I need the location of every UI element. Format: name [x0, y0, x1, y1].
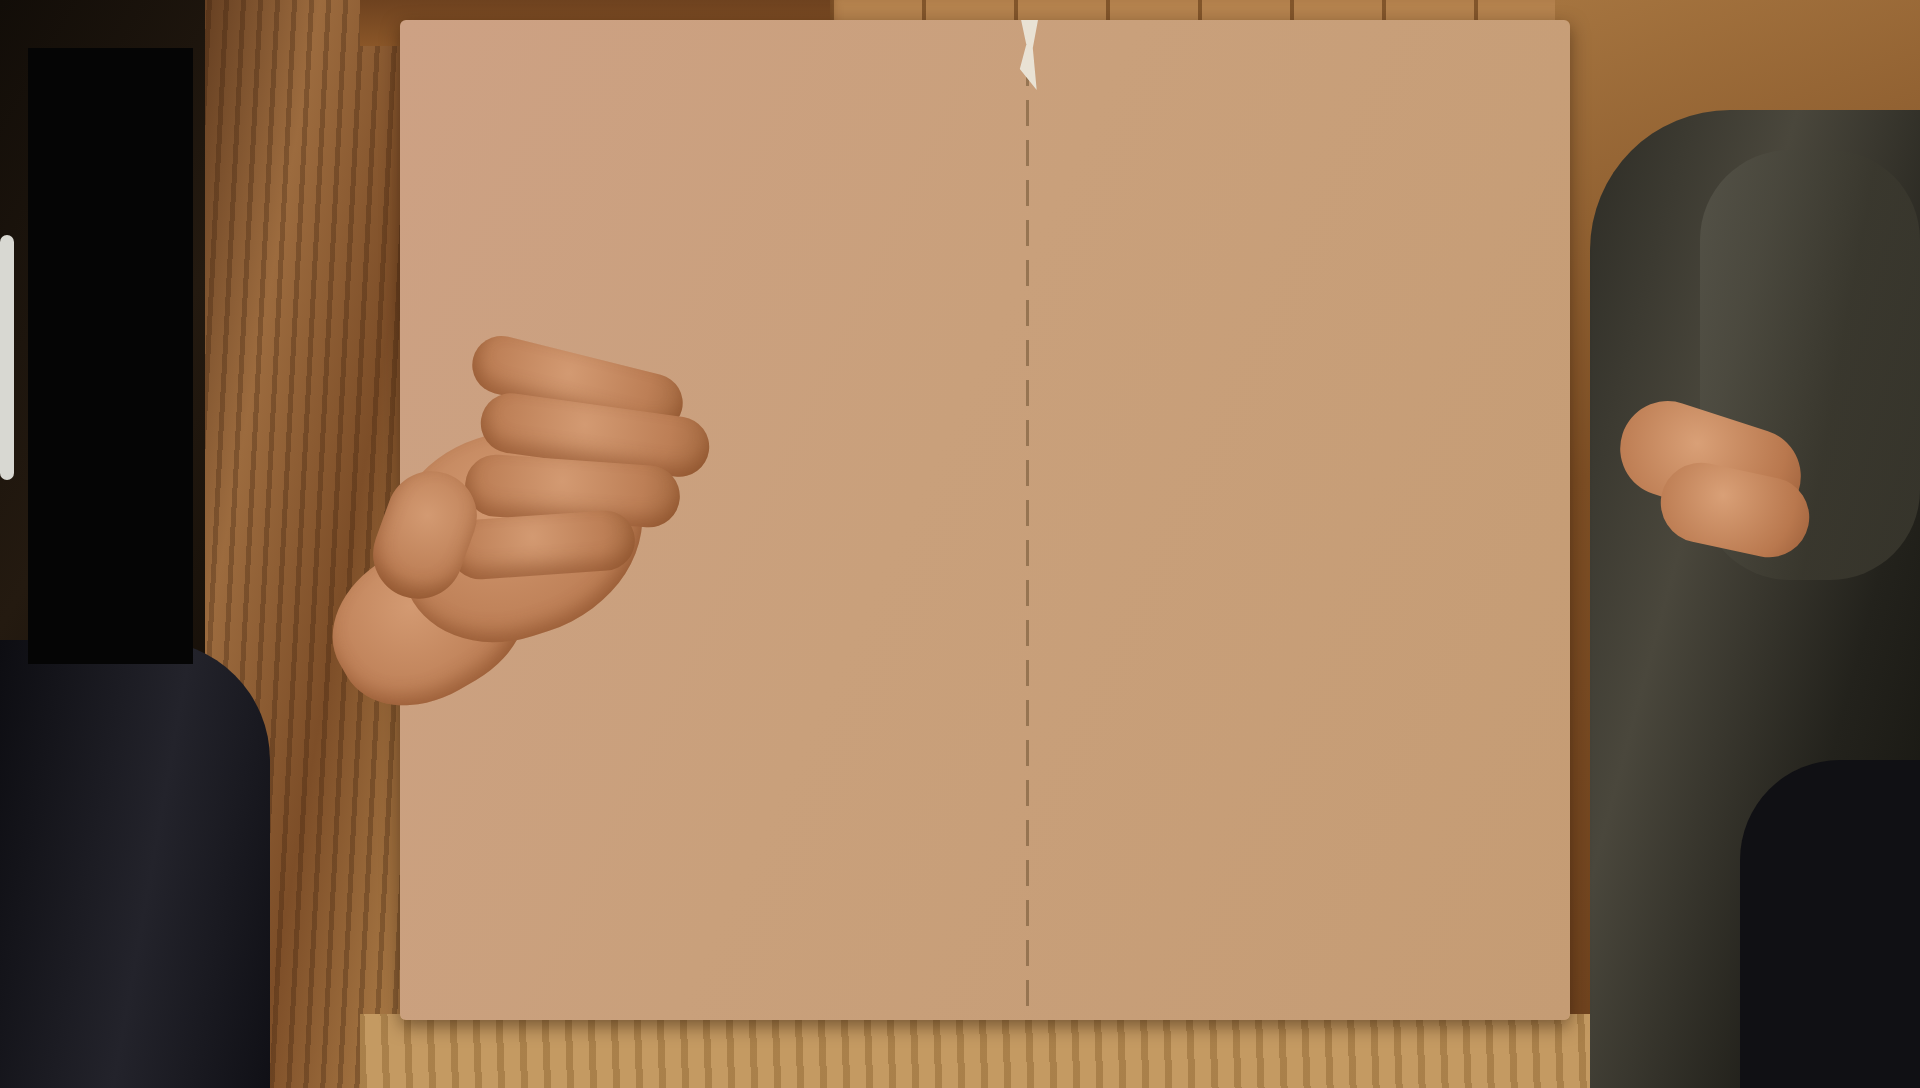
player-knee-bottom-left	[0, 640, 270, 1088]
wood-table-bottom	[360, 1014, 1610, 1088]
board-fold-crease	[1026, 20, 1029, 1020]
caption-banner	[28, 48, 193, 664]
opponent-knee	[1740, 760, 1920, 1088]
scene	[0, 0, 1920, 1088]
white-object-left-edge	[0, 235, 14, 480]
